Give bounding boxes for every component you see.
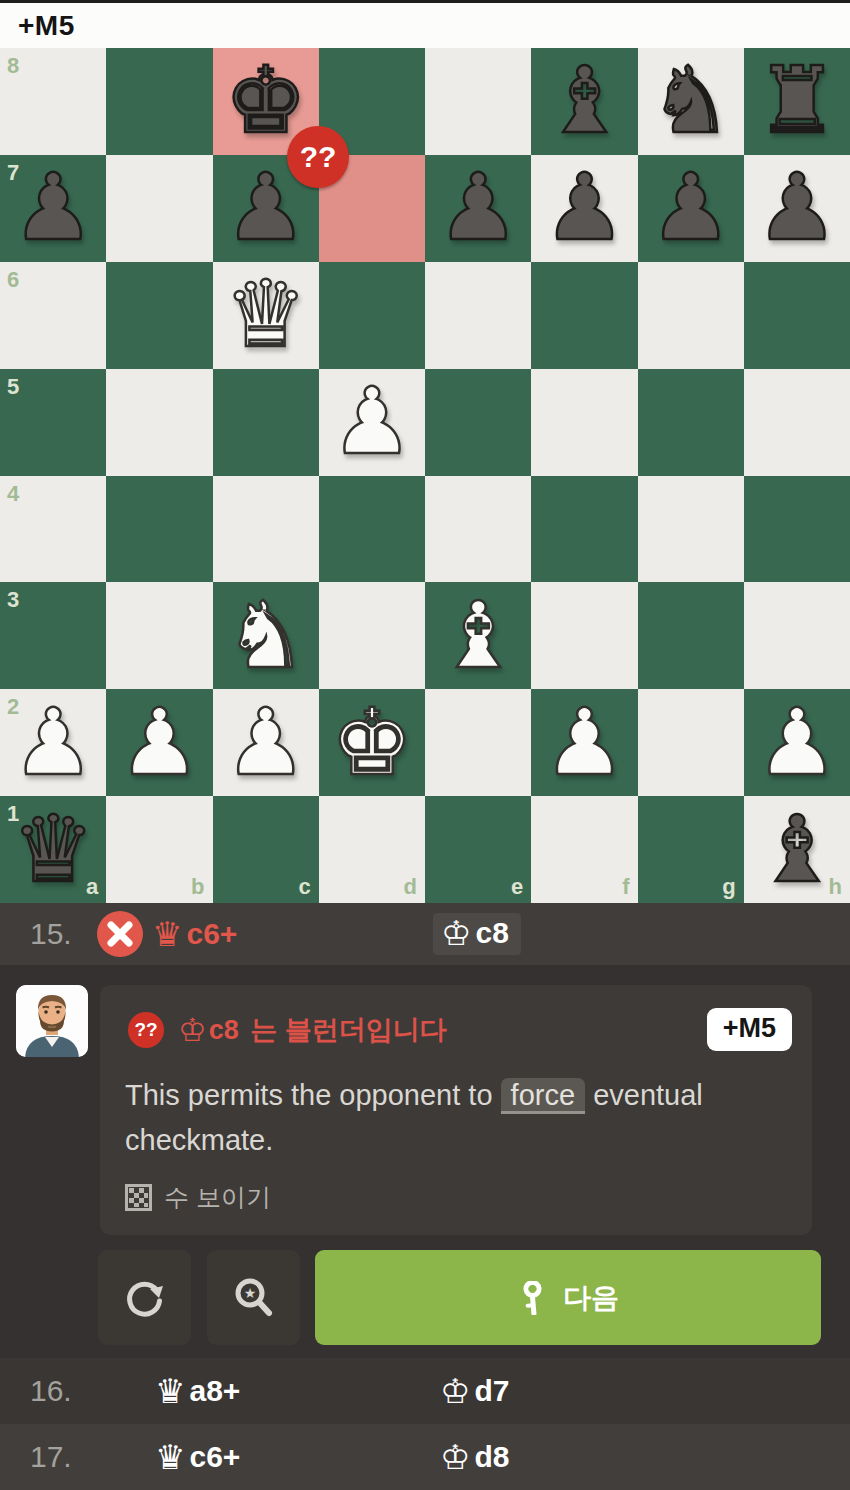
analysis-page: +M5 87654321abcdefgh♚♝♞♜♟♟♟♟♟♟♛♟♞♝♟♟♟♚♟♟… [0, 0, 850, 1490]
file-label-e: e [511, 876, 523, 898]
comment-bubble: ?? ♔c8 는 블런더입니다 +M5 This permits the opp… [100, 985, 812, 1235]
square-d4[interactable] [319, 476, 425, 583]
white-bishop-e3[interactable]: ♝ [425, 582, 531, 689]
white-pawn-f2[interactable]: ♟ [531, 689, 637, 796]
square-b5[interactable] [106, 369, 212, 476]
square-a5[interactable]: 5 [0, 369, 106, 476]
magnifier-star-icon: ★ [231, 1275, 277, 1321]
black-bishop-f8[interactable]: ♝ [531, 48, 637, 155]
square-a8[interactable]: 8 [0, 48, 106, 155]
evaluation-bar: +M5 [0, 0, 850, 48]
square-c4[interactable] [213, 476, 319, 583]
retry-icon [123, 1276, 167, 1320]
blunder-header: ?? ♔c8 는 블런더입니다 [128, 1011, 447, 1049]
square-f3[interactable] [531, 582, 637, 689]
rank-label-4: 4 [7, 483, 19, 505]
coach-comment-section: ?? ♔c8 는 블런더입니다 +M5 This permits the opp… [0, 965, 850, 1358]
show-moves-label: 수 보이기 [164, 1181, 271, 1214]
mistake-x-icon [97, 911, 143, 957]
square-e4[interactable] [425, 476, 531, 583]
chess-board[interactable]: 87654321abcdefgh♚♝♞♜♟♟♟♟♟♟♛♟♞♝♟♟♟♚♟♟♛♝?? [0, 48, 850, 903]
white-move-15[interactable]: ♛c6+ [152, 917, 237, 951]
square-e2[interactable] [425, 689, 531, 796]
file-label-f: f [622, 876, 629, 898]
king-icon: ♔ [440, 1440, 470, 1474]
rank-label-5: 5 [7, 376, 19, 398]
square-g2[interactable] [638, 689, 744, 796]
square-h6[interactable] [744, 262, 850, 369]
black-move-16[interactable]: ♔d7 [440, 1374, 510, 1408]
move-row-17[interactable]: 17. ♛c6+ ♔d8 [0, 1424, 850, 1490]
square-b4[interactable] [106, 476, 212, 583]
white-knight-c3[interactable]: ♞ [213, 582, 319, 689]
move-number: 16. [30, 1374, 72, 1408]
square-g4[interactable] [638, 476, 744, 583]
square-e5[interactable] [425, 369, 531, 476]
square-h5[interactable] [744, 369, 850, 476]
king-icon: ♔ [178, 1011, 207, 1049]
square-g6[interactable] [638, 262, 744, 369]
evaluation-text: +M5 [18, 10, 75, 42]
black-pawn-g7[interactable]: ♟ [638, 155, 744, 262]
black-move-17[interactable]: ♔d8 [440, 1440, 510, 1474]
square-c5[interactable] [213, 369, 319, 476]
black-pawn-a7[interactable]: ♟ [0, 155, 106, 262]
square-h3[interactable] [744, 582, 850, 689]
file-label-b: b [191, 876, 204, 898]
next-button-label: 다음 [563, 1279, 619, 1317]
white-pawn-d5[interactable]: ♟ [319, 369, 425, 476]
move-row-15[interactable]: 15. ♛c6+ ♔c8 [0, 903, 850, 965]
queen-icon: ♛ [152, 917, 182, 951]
square-g5[interactable] [638, 369, 744, 476]
rank-label-3: 3 [7, 589, 19, 611]
square-f1[interactable]: f [531, 796, 637, 903]
blunder-badge-icon: ?? [128, 1012, 164, 1048]
square-d6[interactable] [319, 262, 425, 369]
square-e1[interactable]: e [425, 796, 531, 903]
file-label-d: d [404, 876, 417, 898]
black-rook-h8[interactable]: ♜ [744, 48, 850, 155]
square-c1[interactable]: c [213, 796, 319, 903]
file-label-g: g [722, 876, 735, 898]
hint-button[interactable]: ★ [207, 1250, 300, 1345]
white-pawn-c2[interactable]: ♟ [213, 689, 319, 796]
king-icon: ♔ [441, 916, 471, 950]
square-a4[interactable]: 4 [0, 476, 106, 583]
key-icon [517, 1281, 551, 1315]
square-g1[interactable]: g [638, 796, 744, 903]
square-f5[interactable] [531, 369, 637, 476]
move-number: 15. [30, 917, 72, 951]
square-h4[interactable] [744, 476, 850, 583]
mini-board-icon [125, 1184, 152, 1211]
coach-avatar [16, 985, 88, 1057]
keyword-chip[interactable]: force [501, 1078, 585, 1114]
move-number: 17. [30, 1440, 72, 1474]
retry-button[interactable] [98, 1250, 191, 1345]
white-pawn-h2[interactable]: ♟ [744, 689, 850, 796]
black-pawn-e7[interactable]: ♟ [425, 155, 531, 262]
comment-body: This permits the opponent to force event… [125, 1073, 765, 1163]
square-d3[interactable] [319, 582, 425, 689]
blunder-statement: ♔c8 는 블런더입니다 [178, 1011, 447, 1049]
square-b3[interactable] [106, 582, 212, 689]
eval-chip: +M5 [707, 1008, 792, 1051]
square-d1[interactable]: d [319, 796, 425, 903]
white-pawn-b2[interactable]: ♟ [106, 689, 212, 796]
queen-icon: ♛ [155, 1440, 185, 1474]
square-b6[interactable] [106, 262, 212, 369]
square-b8[interactable] [106, 48, 212, 155]
svg-text:★: ★ [243, 1285, 256, 1301]
rank-label-6: 6 [7, 269, 19, 291]
black-bishop-h1[interactable]: ♝ [744, 796, 850, 903]
square-e6[interactable] [425, 262, 531, 369]
square-b1[interactable]: b [106, 796, 212, 903]
square-e8[interactable] [425, 48, 531, 155]
white-queen-c6[interactable]: ♛ [213, 262, 319, 369]
black-knight-g8[interactable]: ♞ [638, 48, 744, 155]
white-king-d2[interactable]: ♚ [319, 689, 425, 796]
square-a3[interactable]: 3 [0, 582, 106, 689]
square-a6[interactable]: 6 [0, 262, 106, 369]
rank-label-8: 8 [7, 55, 19, 77]
square-f4[interactable] [531, 476, 637, 583]
square-f6[interactable] [531, 262, 637, 369]
white-pawn-a2[interactable]: ♟ [0, 689, 106, 796]
move-row-16[interactable]: 16. ♛a8+ ♔d7 [0, 1358, 850, 1424]
file-label-c: c [299, 876, 311, 898]
next-button[interactable]: 다음 [315, 1250, 821, 1345]
king-icon: ♔ [440, 1374, 470, 1408]
black-pawn-h7[interactable]: ♟ [744, 155, 850, 262]
square-g3[interactable] [638, 582, 744, 689]
queen-icon: ♛ [155, 1374, 185, 1408]
blunder-badge-on-board: ?? [287, 126, 349, 188]
white-move-16[interactable]: ♛a8+ [155, 1374, 240, 1408]
white-move-17[interactable]: ♛c6+ [155, 1440, 240, 1474]
black-pawn-f7[interactable]: ♟ [531, 155, 637, 262]
square-b7[interactable] [106, 155, 212, 262]
black-move-15-selected[interactable]: ♔c8 [433, 913, 521, 955]
show-moves-link[interactable]: 수 보이기 [125, 1181, 271, 1214]
black-queen-a1[interactable]: ♛ [0, 796, 106, 903]
